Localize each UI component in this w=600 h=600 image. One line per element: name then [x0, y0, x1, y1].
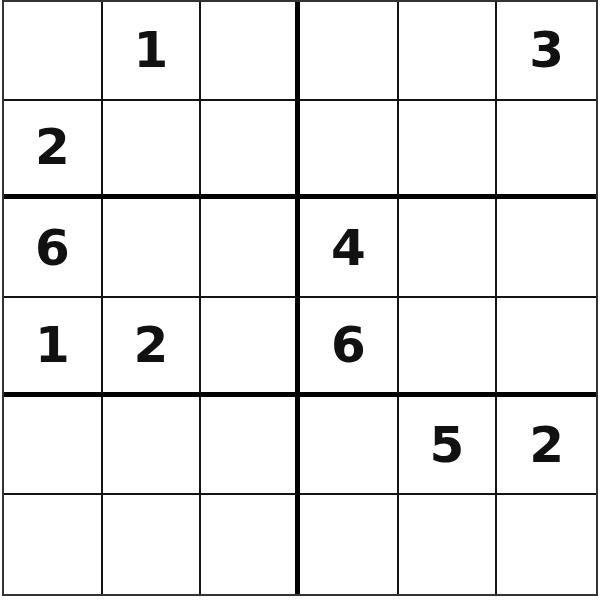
cell-r6c5[interactable]: [399, 495, 498, 594]
cell-r6c3[interactable]: [201, 495, 300, 594]
cell-r6c4[interactable]: [300, 495, 399, 594]
cell-r3c3[interactable]: [201, 199, 300, 298]
cell-r4c6[interactable]: [497, 298, 596, 397]
cell-r2c5[interactable]: [399, 101, 498, 200]
cell-r1c2: 1: [103, 2, 202, 101]
cell-r2c6[interactable]: [497, 101, 596, 200]
cell-r4c3[interactable]: [201, 298, 300, 397]
cell-r2c3[interactable]: [201, 101, 300, 200]
sudoku-board: 1 3 2 6 4 1 2 6 5 2: [2, 0, 598, 596]
cell-r2c1: 2: [4, 101, 103, 200]
cell-r1c6: 3: [497, 2, 596, 101]
cell-r5c1[interactable]: [4, 397, 103, 496]
cell-r4c5[interactable]: [399, 298, 498, 397]
sudoku-page: 1 3 2 6 4 1 2 6 5 2: [0, 0, 600, 600]
cell-r3c2[interactable]: [103, 199, 202, 298]
cell-r4c4: 6: [300, 298, 399, 397]
cell-r3c5[interactable]: [399, 199, 498, 298]
cell-r3c1: 6: [4, 199, 103, 298]
cell-r4c1: 1: [4, 298, 103, 397]
cell-r5c2[interactable]: [103, 397, 202, 496]
cell-r2c2[interactable]: [103, 101, 202, 200]
cell-r5c6: 2: [497, 397, 596, 496]
cell-r6c1[interactable]: [4, 495, 103, 594]
cell-r1c4[interactable]: [300, 2, 399, 101]
cell-r1c3[interactable]: [201, 2, 300, 101]
cell-r2c4[interactable]: [300, 101, 399, 200]
cell-r4c2: 2: [103, 298, 202, 397]
cell-r5c4[interactable]: [300, 397, 399, 496]
cell-r5c5: 5: [399, 397, 498, 496]
cell-r6c6[interactable]: [497, 495, 596, 594]
cell-r6c2[interactable]: [103, 495, 202, 594]
cell-r3c4: 4: [300, 199, 399, 298]
cell-r1c5[interactable]: [399, 2, 498, 101]
cell-r5c3[interactable]: [201, 397, 300, 496]
cell-r1c1[interactable]: [4, 2, 103, 101]
cell-r3c6[interactable]: [497, 199, 596, 298]
